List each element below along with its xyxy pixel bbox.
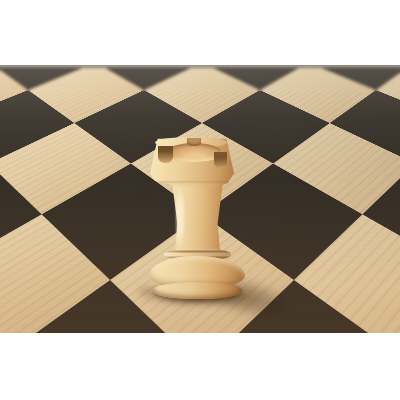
- rook-crenel-notch-right: [214, 152, 227, 168]
- product-photo: [0, 0, 400, 400]
- rook-crenel-notch-left: [158, 146, 173, 163]
- board-far-edge: [0, 65, 400, 68]
- white-rook-piece: [148, 138, 246, 301]
- rook-highlight: [176, 184, 184, 250]
- photo-background-bottom: [0, 333, 400, 400]
- rook-crenel-notch-back: [187, 138, 201, 146]
- board-viewport: [0, 65, 400, 333]
- photo-background-top: [0, 0, 400, 65]
- rook-base-foot: [153, 282, 242, 299]
